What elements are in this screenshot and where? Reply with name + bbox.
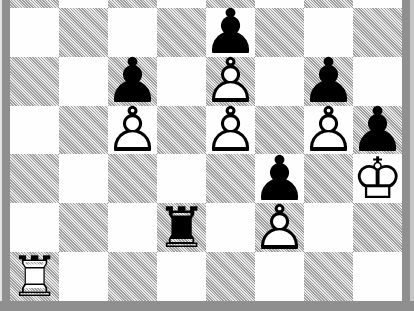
square-g5[interactable]: ♟ <box>304 57 353 106</box>
black-rook-glyph: ♜ <box>157 203 206 252</box>
square-g6[interactable] <box>304 8 353 57</box>
black-pawn[interactable]: ♟ <box>255 154 304 203</box>
white-king[interactable]: ♚♔ <box>353 154 402 203</box>
square-a2[interactable] <box>10 203 59 252</box>
square-b5[interactable] <box>59 57 108 106</box>
partial-rank7-row <box>10 0 402 8</box>
white-pawn[interactable]: ♟♙ <box>255 203 304 252</box>
square-d4[interactable] <box>157 106 206 155</box>
square-b6[interactable] <box>59 8 108 57</box>
square-h1[interactable] <box>353 252 402 301</box>
square-e4[interactable]: ♟♙ <box>206 106 255 155</box>
white-pawn-fill: ♟ <box>206 57 255 106</box>
chess-board: ♟♟♟♙♟♟♙♟♙♟♙♟♟♚♔♜♟♙♜♖ <box>10 8 402 301</box>
black-pawn[interactable]: ♟ <box>353 106 402 155</box>
square-d3[interactable] <box>157 154 206 203</box>
white-pawn-outline: ♙ <box>255 203 304 252</box>
white-pawn[interactable]: ♟♙ <box>206 57 255 106</box>
square-c6[interactable] <box>108 8 157 57</box>
square-f5[interactable] <box>255 57 304 106</box>
square-a1[interactable]: ♜♖ <box>10 252 59 301</box>
white-pawn[interactable]: ♟♙ <box>206 106 255 155</box>
partial-square-d7 <box>157 0 206 8</box>
white-rook-fill: ♜ <box>10 252 59 301</box>
square-e1[interactable] <box>206 252 255 301</box>
square-b2[interactable] <box>59 203 108 252</box>
white-pawn-outline: ♙ <box>304 106 353 155</box>
square-f1[interactable] <box>255 252 304 301</box>
square-f3[interactable]: ♟ <box>255 154 304 203</box>
white-king-outline: ♔ <box>353 154 402 203</box>
square-d5[interactable] <box>157 57 206 106</box>
white-pawn-fill: ♟ <box>108 106 157 155</box>
square-d1[interactable] <box>157 252 206 301</box>
white-pawn-fill: ♟ <box>304 106 353 155</box>
white-pawn[interactable]: ♟♙ <box>304 106 353 155</box>
square-c4[interactable]: ♟♙ <box>108 106 157 155</box>
square-e2[interactable] <box>206 203 255 252</box>
square-c5[interactable]: ♟ <box>108 57 157 106</box>
square-a4[interactable] <box>10 106 59 155</box>
partial-square-a7 <box>10 0 59 8</box>
board-frame-left <box>0 0 10 311</box>
black-pawn-glyph: ♟ <box>255 154 304 203</box>
white-pawn[interactable]: ♟♙ <box>108 106 157 155</box>
white-king-fill: ♚ <box>353 154 402 203</box>
white-pawn-outline: ♙ <box>206 57 255 106</box>
square-b4[interactable] <box>59 106 108 155</box>
black-pawn[interactable]: ♟ <box>304 57 353 106</box>
square-e5[interactable]: ♟♙ <box>206 57 255 106</box>
black-pawn[interactable]: ♟ <box>108 57 157 106</box>
white-rook[interactable]: ♜♖ <box>10 252 59 301</box>
black-pawn-glyph: ♟ <box>304 57 353 106</box>
black-pawn[interactable]: ♟ <box>206 8 255 57</box>
square-g2[interactable] <box>304 203 353 252</box>
square-h2[interactable] <box>353 203 402 252</box>
chess-board-screenshot: ♟♟♟♙♟♟♙♟♙♟♙♟♟♚♔♜♟♙♜♖ <box>0 0 414 311</box>
square-c1[interactable] <box>108 252 157 301</box>
white-pawn-fill: ♟ <box>206 106 255 155</box>
square-c3[interactable] <box>108 154 157 203</box>
black-pawn-glyph: ♟ <box>108 57 157 106</box>
white-pawn-fill: ♟ <box>255 203 304 252</box>
square-d2[interactable]: ♜ <box>157 203 206 252</box>
board-frame-bottom <box>0 301 414 311</box>
square-e3[interactable] <box>206 154 255 203</box>
partial-square-c7 <box>108 0 157 8</box>
square-h6[interactable] <box>353 8 402 57</box>
square-g1[interactable] <box>304 252 353 301</box>
partial-square-e7 <box>206 0 255 8</box>
partial-square-f7 <box>255 0 304 8</box>
partial-square-h7 <box>353 0 402 8</box>
square-f4[interactable] <box>255 106 304 155</box>
square-h3[interactable]: ♚♔ <box>353 154 402 203</box>
square-f6[interactable] <box>255 8 304 57</box>
square-a3[interactable] <box>10 154 59 203</box>
white-rook-outline: ♖ <box>10 252 59 301</box>
partial-square-b7 <box>59 0 108 8</box>
square-e6[interactable]: ♟ <box>206 8 255 57</box>
square-h4[interactable]: ♟ <box>353 106 402 155</box>
black-rook[interactable]: ♜ <box>157 203 206 252</box>
square-d6[interactable] <box>157 8 206 57</box>
square-g4[interactable]: ♟♙ <box>304 106 353 155</box>
square-f2[interactable]: ♟♙ <box>255 203 304 252</box>
square-g3[interactable] <box>304 154 353 203</box>
white-pawn-outline: ♙ <box>108 106 157 155</box>
white-pawn-outline: ♙ <box>206 106 255 155</box>
partial-square-g7 <box>304 0 353 8</box>
square-b1[interactable] <box>59 252 108 301</box>
square-h5[interactable] <box>353 57 402 106</box>
square-a6[interactable] <box>10 8 59 57</box>
black-pawn-glyph: ♟ <box>353 106 402 155</box>
square-b3[interactable] <box>59 154 108 203</box>
black-pawn-glyph: ♟ <box>206 8 255 57</box>
square-c2[interactable] <box>108 203 157 252</box>
square-a5[interactable] <box>10 57 59 106</box>
board-frame-right <box>402 0 414 311</box>
